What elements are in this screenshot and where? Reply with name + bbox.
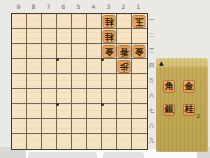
board-cell[interactable] [72,134,87,149]
hoshi-dot [56,58,59,61]
board-cell[interactable] [42,59,57,74]
board-cell[interactable] [72,89,87,104]
piece-knight[interactable]: 桂 [102,29,117,44]
file-label: 8 [26,2,41,11]
board-cell[interactable] [117,104,132,119]
hoshi-dot [101,103,104,106]
board-cell[interactable] [42,104,57,119]
piece-lance[interactable]: 香 [117,44,132,59]
board-cell[interactable] [87,134,102,149]
hand-piece-knight[interactable]: 桂2 [183,104,195,117]
board-cell[interactable] [27,104,42,119]
board-cell[interactable] [12,44,27,59]
piece-kanji: 銀 [163,104,175,117]
sente-piece-stand: ▲ 角金銀桂2 [156,58,208,152]
piece-kanji: 金 [183,80,195,93]
board-cell[interactable] [57,119,72,134]
rank-label: 二 [147,28,156,43]
board-cell[interactable] [57,134,72,149]
board-cell[interactable] [12,89,27,104]
bottom-tab-right[interactable] [103,152,144,158]
file-label: 3 [101,2,116,11]
piece-gold[interactable]: 金 [132,44,147,59]
board-cell[interactable] [72,44,87,59]
board-cell[interactable] [72,29,87,44]
board-cell[interactable] [87,89,102,104]
piece-knight[interactable]: 桂 [102,14,117,29]
board-cell[interactable] [132,134,147,149]
piece-pawn[interactable]: 歩 [117,59,132,74]
piece-kanji: 歩 [118,60,131,73]
hand-piece-silver[interactable]: 銀 [163,104,175,117]
board-cell[interactable] [12,119,27,134]
board-cell[interactable] [132,119,147,134]
file-label: 1 [131,2,146,11]
board-cell[interactable] [117,29,132,44]
board-cell[interactable] [132,104,147,119]
board-cell[interactable] [42,119,57,134]
board-cell[interactable] [102,59,117,74]
bottom-tab-left[interactable] [28,152,97,158]
board-cell[interactable] [57,29,72,44]
file-label: 2 [116,2,131,11]
board-cell[interactable] [27,74,42,89]
board-cell[interactable] [72,74,87,89]
file-label: 9 [11,2,26,11]
board-cell[interactable] [27,14,42,29]
board-cell[interactable] [12,134,27,149]
board-cell[interactable] [87,119,102,134]
board-cell[interactable] [27,29,42,44]
rank-label: 九 [147,133,156,148]
board-cell[interactable] [72,104,87,119]
board-cell[interactable] [42,134,57,149]
board-cell[interactable] [27,119,42,134]
piece-king[interactable]: 玉 [132,14,147,29]
board-cell[interactable] [57,74,72,89]
board-cell[interactable] [27,59,42,74]
sente-to-move-icon: ▲ [159,59,164,66]
file-label: 6 [56,2,71,11]
board-cell[interactable] [132,29,147,44]
file-label: 5 [71,2,86,11]
piece-kanji: 桂 [103,15,116,28]
file-coordinates: 987654321 [11,2,146,11]
board-cell[interactable] [87,104,102,119]
rank-label: 五 [147,73,156,88]
board-cell[interactable] [117,74,132,89]
piece-kanji: 玉 [133,15,146,28]
board-cell[interactable] [87,14,102,29]
rank-label: 七 [147,103,156,118]
board-cell[interactable] [102,89,117,104]
file-label: 7 [41,2,56,11]
tsume-shogi-widget: 987654321 一二三四五六七八九 桂玉桂金香金歩 ▲ 角金銀桂2 [0,0,210,158]
board-cell[interactable] [72,59,87,74]
rank-label: 四 [147,58,156,73]
board-cell[interactable] [132,74,147,89]
file-label: 4 [86,2,101,11]
board-cell[interactable] [27,44,42,59]
board-cell[interactable] [42,14,57,29]
hoshi-dot [56,103,59,106]
board-cell[interactable] [12,74,27,89]
board-cell[interactable] [57,44,72,59]
hand-piece-bishop[interactable]: 角 [163,80,175,93]
board-cell[interactable] [102,74,117,89]
sente-hand: 角金銀桂2 [163,80,195,116]
board-cell[interactable] [42,89,57,104]
board-cell[interactable] [12,29,27,44]
board-cell[interactable] [87,59,102,74]
board-cell[interactable] [102,119,117,134]
board-cell[interactable] [27,89,42,104]
board-cell[interactable] [132,59,147,74]
hand-piece-count: 2 [197,113,200,119]
board-cell[interactable] [117,89,132,104]
board-cell[interactable] [57,89,72,104]
board-cell[interactable] [12,59,27,74]
board-cell[interactable] [117,14,132,29]
board-cell[interactable] [87,44,102,59]
board-cell[interactable] [132,89,147,104]
board-cell[interactable] [42,44,57,59]
board-cell[interactable] [72,119,87,134]
board-cell[interactable] [87,74,102,89]
board-cell[interactable] [27,134,42,149]
piece-kanji: 角 [163,80,175,93]
rank-label: 一 [147,13,156,28]
board-cell[interactable] [87,29,102,44]
piece-kanji: 桂 [183,104,195,117]
shogi-board: 桂玉桂金香金歩 [11,13,148,150]
board-cell[interactable] [117,134,132,149]
rank-label: 六 [147,88,156,103]
piece-kanji: 桂 [103,30,116,43]
board-cell[interactable] [72,14,87,29]
board-cell[interactable] [42,74,57,89]
board-cell[interactable] [102,134,117,149]
board-cell[interactable] [102,104,117,119]
piece-gold[interactable]: 金 [102,44,117,59]
board-cell[interactable] [42,29,57,44]
board-cell[interactable] [12,104,27,119]
rank-label: 八 [147,118,156,133]
board-cell[interactable] [57,14,72,29]
board-cell[interactable] [57,104,72,119]
rank-label: 三 [147,43,156,58]
board-cell[interactable] [117,119,132,134]
piece-kanji: 香 [118,45,131,58]
hand-piece-gold[interactable]: 金 [183,80,195,93]
rank-coordinates: 一二三四五六七八九 [147,13,156,148]
piece-kanji: 金 [133,45,146,58]
piece-kanji: 金 [103,45,116,58]
board-cell[interactable] [12,14,27,29]
board-cell[interactable] [57,59,72,74]
